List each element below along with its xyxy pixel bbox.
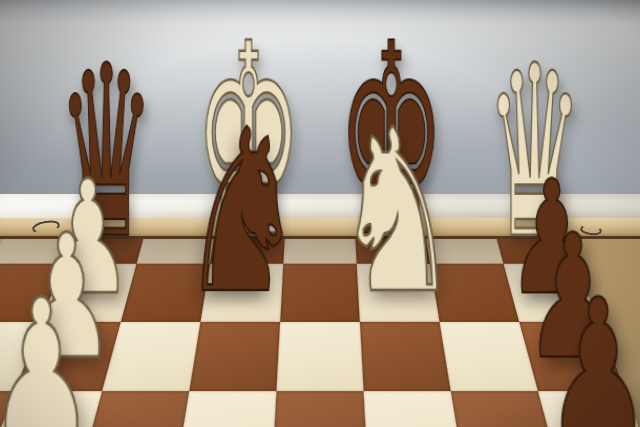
white-queen-h6: ♛ — [429, 67, 639, 245]
queen-glyph: ♛ — [57, 60, 155, 245]
knight-glyph: ♞ — [335, 125, 460, 301]
white-pawn-b5: ♟ — [0, 182, 202, 300]
pawn-glyph: ♟ — [524, 232, 622, 366]
chess-photo-scene: ♛♚♚♛♟♞♞♟♟♟♟♟ — [0, 0, 640, 427]
chess-pieces-layer: ♛♚♚♛♟♞♞♟♟♟♟♟ — [0, 0, 640, 427]
knight-glyph: ♞ — [180, 125, 305, 301]
pawn-glyph: ♟ — [43, 178, 133, 300]
white-pawn-b3: ♟ — [0, 301, 178, 427]
pawn-glyph: ♟ — [0, 296, 96, 427]
pieces-plane: ♛♚♚♛♟♞♞♟♟♟♟♟ — [0, 134, 640, 427]
white-knight-f5: ♞ — [284, 131, 511, 300]
pawn-glyph: ♟ — [544, 296, 640, 427]
king-glyph: ♚ — [337, 39, 446, 245]
white-king-d6: ♚ — [144, 47, 354, 245]
white-pawn-b4: ♟ — [0, 236, 191, 365]
black-pawn-h4: ♟ — [449, 236, 640, 365]
black-king-f6: ♚ — [286, 47, 496, 245]
black-pawn-h3: ♟ — [462, 301, 640, 427]
pawn-glyph: ♟ — [507, 178, 597, 300]
king-glyph: ♚ — [194, 39, 303, 245]
black-pawn-h5: ♟ — [438, 182, 640, 300]
pawn-glyph: ♟ — [18, 232, 116, 366]
black-knight-d5: ♞ — [129, 131, 356, 300]
black-queen-b6: ♛ — [1, 67, 211, 245]
queen-glyph: ♛ — [485, 60, 583, 245]
